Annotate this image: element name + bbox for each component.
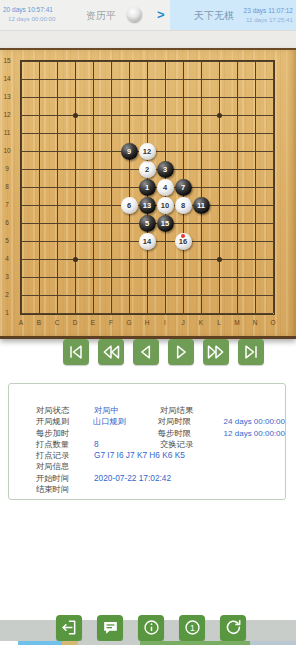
row-label: 1 [0,309,15,316]
move-number: 3 [163,165,167,174]
info-row: 结束时间 [36,484,285,495]
stone-black-J8: 7 [175,179,192,196]
info-button[interactable] [138,615,164,641]
column-label: N [247,319,263,326]
chat-button[interactable] [97,615,123,641]
move-number: 11 [197,201,205,210]
row-label: 7 [0,201,15,208]
move-number: 10 [161,201,169,210]
logout-icon [60,618,79,637]
info-label: 结束时间 [36,484,94,495]
forward-icon [171,342,191,362]
white-stone-icon [127,7,142,22]
left-player-name: 资历平 [86,9,116,23]
refresh-button[interactable] [220,615,246,641]
row-label: 4 [0,255,15,262]
info-label: 对局信息 [36,461,94,472]
stone-black-I6: 15 [157,215,174,232]
info-row: 开局规则山口规则对局时限24 days 00:00:00 [36,416,285,427]
stone-white-H9: 2 [139,161,156,178]
fast-forward-icon [206,342,226,362]
left-player-clock: 20 days 10:57:41 12 days 00:00:00 [3,5,55,23]
right-total-time: 23 days 11:07:12 [241,6,293,15]
forward-button[interactable] [168,339,194,365]
column-label: A [13,319,29,326]
info-value: 山口规则 [93,416,158,427]
grid-line-horizontal [21,295,273,296]
grid-line-horizontal [21,277,273,278]
stone-white-I8: 4 [157,179,174,196]
row-label: 10 [0,147,15,154]
row-label: 11 [0,129,15,136]
info-row: 开始时间2020-07-22 17:02:42 [36,473,285,484]
row-label: 15 [0,57,15,64]
star-point [217,257,222,262]
move-number: 6 [127,201,131,210]
row-label: 8 [0,183,15,190]
info-value: G7 I7 I6 J7 K7 H6 K6 K5 [94,450,185,461]
stone-white-G7: 6 [121,197,138,214]
grid-line-vertical [219,61,220,313]
info-value: 8 [94,439,160,450]
info-value: 24 days 00:00:00 [224,416,285,427]
stone-white-H5: 14 [139,233,156,250]
info-label: 每步加时 [36,428,93,439]
column-label: D [67,319,83,326]
move-number: 2 [145,165,149,174]
grid-line-vertical [237,61,238,313]
move-number: 8 [181,201,185,210]
row-label: 12 [0,111,15,118]
column-label: L [211,319,227,326]
info-label: 打点数量 [36,439,94,450]
skip-to-start-icon [66,342,86,362]
right-player-section[interactable]: 天下无棋 23 days 11:07:12 11 days 17:25:41 [170,0,296,30]
grid-line-vertical [255,61,256,313]
stone-black-K7: 11 [193,197,210,214]
info-row: 打点数量8交换记录 [36,439,285,450]
move-number: 9 [127,147,131,156]
grid-line-vertical [273,61,274,313]
move-number: 14 [143,237,151,246]
move-number: 7 [181,183,185,192]
column-label: G [121,319,137,326]
move-number: 5 [145,219,149,228]
back-icon [136,342,156,362]
info-row: 打点记录G7 I7 I6 J7 K7 H6 K6 K5 [36,450,285,461]
info-label: 开始时间 [36,473,94,484]
last-move-button[interactable] [238,339,264,365]
svg-text:1: 1 [190,623,195,633]
row-label: 6 [0,219,15,226]
info-label: 开局规则 [36,416,93,427]
game-info-panel: 对局状态对局中对局结果开局规则山口规则对局时限24 days 00:00:00每… [8,383,286,500]
fast-back-icon [101,342,121,362]
underlying-screen-edge [0,641,296,645]
info-row: 对局信息 [36,461,285,472]
star-point [73,113,78,118]
info-value: 12 days 00:00:00 [224,428,285,439]
stone-white-I7: 10 [157,197,174,214]
column-label: F [103,319,119,326]
info-label: 交换记录 [160,439,227,450]
star-point [217,113,222,118]
info-value [93,428,158,439]
info-label: 对局结果 [160,405,227,416]
column-label: C [49,319,65,326]
info-label: 打点记录 [36,450,94,461]
back-button[interactable] [133,339,159,365]
stone-black-H8: 1 [139,179,156,196]
column-label: J [175,319,191,326]
left-move-time: 12 days 00:00:00 [3,14,55,23]
move-number-button[interactable]: 1 [179,615,205,641]
column-label: O [265,319,281,326]
column-label: H [139,319,155,326]
info-label: 对局状态 [36,405,94,416]
column-label: K [193,319,209,326]
header-gap [0,31,296,48]
info-label: 每步时限 [158,428,224,439]
fast-forward-button[interactable] [203,339,229,365]
stone-black-H7: 13 [139,197,156,214]
info-label: 对局时限 [158,416,224,427]
stone-black-H6: 5 [139,215,156,232]
first-move-button[interactable] [63,339,89,365]
row-label: 14 [0,75,15,82]
last-move-marker [181,234,185,238]
number-one-icon: 1 [183,618,202,637]
column-label: E [85,319,101,326]
move-nav-bar [0,339,296,367]
skip-to-end-icon [241,342,261,362]
info-value: 对局中 [94,405,160,416]
stone-white-J7: 8 [175,197,192,214]
stone-white-H10: 12 [139,143,156,160]
header-bar: 20 days 10:57:41 12 days 00:00:00 资历平 > … [0,0,296,31]
stone-black-I9: 3 [157,161,174,178]
grid-line-horizontal [21,259,273,260]
info-value: 2020-07-22 17:02:42 [94,473,171,484]
info-row: 每步加时每步时限12 days 00:00:00 [36,428,285,439]
fast-back-button[interactable] [98,339,124,365]
move-number: 13 [143,201,151,210]
stone-black-G10: 9 [121,143,138,160]
right-move-time: 11 days 17:25:41 [241,15,293,24]
move-number: 12 [143,147,151,156]
chat-bubble-icon [101,618,120,637]
row-label: 5 [0,237,15,244]
column-label: M [229,319,245,326]
column-label: B [31,319,47,326]
info-row: 对局状态对局中对局结果 [36,405,285,416]
row-label: 9 [0,165,15,172]
gomoku-board[interactable]: ABCDEFGHIJKLMNO1514131211109876543211234… [0,48,296,339]
refresh-icon [224,618,243,637]
left-total-time: 20 days 10:57:41 [3,5,55,14]
row-label: 3 [0,273,15,280]
exit-button[interactable] [56,615,82,641]
move-number: 4 [163,183,167,192]
right-player-name: 天下无棋 [194,9,234,23]
grid-line-vertical [201,61,202,313]
move-number: 15 [161,219,169,228]
bottom-toolbar: 1 [0,620,296,641]
column-label: I [157,319,173,326]
chevron-right-icon[interactable]: > [157,7,165,22]
stone-white-J5: 16 [175,233,192,250]
info-icon [142,618,161,637]
row-label: 2 [0,291,15,298]
star-point [73,257,78,262]
grid-line-horizontal [21,313,273,314]
row-label: 13 [0,93,15,100]
move-number: 1 [145,183,149,192]
